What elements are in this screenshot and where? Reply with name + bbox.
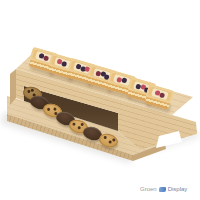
watermark: Groen Display — [140, 185, 187, 193]
watermark-brand: Groen — [140, 185, 157, 193]
berry — [61, 61, 67, 67]
watermark-product: Display — [168, 185, 188, 193]
product-photo: Groen Display — [0, 0, 200, 200]
berry — [121, 77, 127, 83]
berry — [159, 92, 165, 98]
berry — [43, 55, 49, 61]
watermark-logo-icon — [159, 187, 166, 192]
